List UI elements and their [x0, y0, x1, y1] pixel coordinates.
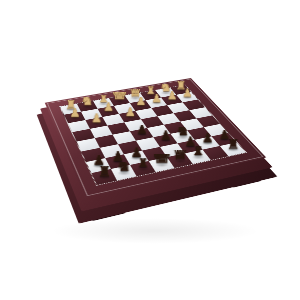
black-bishop-piece: ♝	[133, 158, 153, 169]
photo-scene: ♜♞♝♚♛♝♞♜♟♟♟♟♟♟♟♟♟♟♞♟♟♟♟♟♟♜♞♝♚♛♝♜	[0, 0, 300, 300]
black-piece-glyph: ♛	[171, 141, 190, 162]
chess-set-photo: ♜♞♝♚♛♝♞♜♟♟♟♟♟♟♟♟♟♟♞♟♟♟♟♟♟♜♞♝♚♛♝♜	[0, 0, 300, 300]
black-knight-piece: ♞	[114, 162, 134, 173]
black-piece-glyph: ♝	[190, 140, 206, 158]
black-bishop-piece: ♝	[188, 146, 208, 157]
black-piece-glyph: ♟	[136, 123, 147, 136]
black-piece-glyph: ♚	[152, 144, 172, 166]
black-rook-piece: ♜	[224, 139, 243, 150]
black-piece-glyph: ♞	[116, 157, 132, 175]
black-piece-glyph: ♜	[97, 163, 111, 179]
black-piece-glyph: ♜	[226, 136, 239, 151]
black-queen-piece: ♛	[170, 150, 190, 161]
black-king-piece: ♚	[152, 154, 172, 165]
black-piece-glyph: ♝	[135, 152, 152, 170]
black-rook-piece: ♜	[94, 166, 115, 177]
chess-board: ♜♞♝♚♛♝♞♜♟♟♟♟♟♟♟♟♟♟♞♟♟♟♟♟♟♜♞♝♚♛♝♜	[45, 78, 267, 198]
black-piece-glyph: ♟	[160, 129, 172, 142]
black-pawn-piece: ♟	[133, 125, 151, 135]
